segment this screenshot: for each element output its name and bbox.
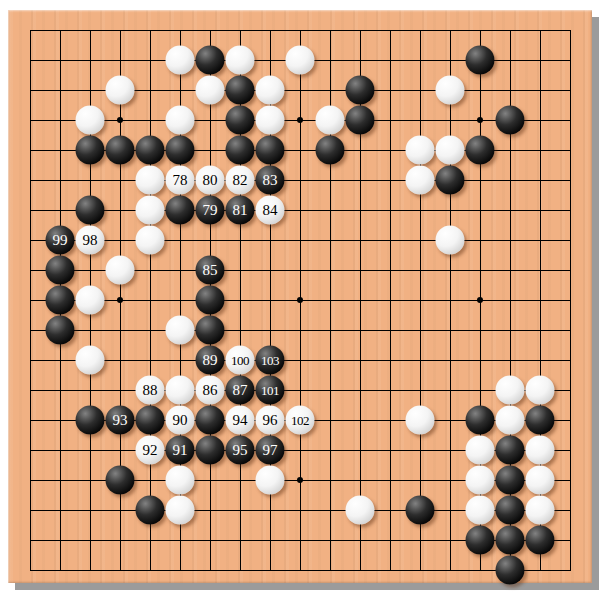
black-stone[interactable]: [196, 286, 225, 315]
white-stone[interactable]: [526, 466, 555, 495]
move-number: 83: [263, 173, 278, 188]
white-stone[interactable]: 96: [256, 406, 285, 435]
black-stone[interactable]: [166, 196, 195, 225]
black-stone[interactable]: 89: [196, 346, 225, 375]
black-stone[interactable]: 91: [166, 436, 195, 465]
black-stone[interactable]: [46, 316, 75, 345]
black-stone[interactable]: [76, 196, 105, 225]
white-stone[interactable]: [256, 106, 285, 135]
move-number: 80: [203, 173, 218, 188]
white-stone[interactable]: 90: [166, 406, 195, 435]
move-number: 101: [261, 384, 279, 397]
white-stone[interactable]: [436, 136, 465, 165]
white-stone[interactable]: [496, 406, 525, 435]
white-stone[interactable]: [466, 466, 495, 495]
white-stone[interactable]: [526, 496, 555, 525]
star-point: [297, 477, 303, 483]
black-stone[interactable]: [106, 136, 135, 165]
black-stone[interactable]: [436, 166, 465, 195]
black-stone[interactable]: [496, 526, 525, 555]
white-stone[interactable]: [406, 406, 435, 435]
white-stone[interactable]: [406, 166, 435, 195]
black-stone[interactable]: 99: [46, 226, 75, 255]
white-stone[interactable]: 94: [226, 406, 255, 435]
black-stone[interactable]: [346, 76, 375, 105]
white-stone[interactable]: [466, 496, 495, 525]
black-stone[interactable]: [526, 406, 555, 435]
white-stone[interactable]: 98: [76, 226, 105, 255]
black-stone[interactable]: 85: [196, 256, 225, 285]
white-stone[interactable]: 82: [226, 166, 255, 195]
black-stone[interactable]: [76, 136, 105, 165]
move-number: 103: [261, 354, 279, 367]
black-stone[interactable]: [526, 526, 555, 555]
black-stone[interactable]: [316, 136, 345, 165]
black-stone[interactable]: [496, 436, 525, 465]
black-stone[interactable]: 93: [106, 406, 135, 435]
white-stone[interactable]: [136, 166, 165, 195]
black-stone[interactable]: [196, 46, 225, 75]
black-stone[interactable]: 101: [256, 376, 285, 405]
white-stone[interactable]: 92: [136, 436, 165, 465]
board-grid[interactable]: 7880828379818499988589100103888687101939…: [30, 30, 571, 571]
white-stone[interactable]: [196, 76, 225, 105]
black-stone[interactable]: 97: [256, 436, 285, 465]
move-number: 91: [173, 443, 188, 458]
white-stone[interactable]: [526, 436, 555, 465]
move-number: 96: [263, 413, 278, 428]
white-stone[interactable]: [136, 226, 165, 255]
black-stone[interactable]: [496, 106, 525, 135]
black-stone[interactable]: [496, 466, 525, 495]
white-stone[interactable]: [166, 466, 195, 495]
star-point: [297, 297, 303, 303]
white-stone[interactable]: [256, 466, 285, 495]
move-number: 82: [233, 173, 248, 188]
move-number: 78: [173, 173, 188, 188]
black-stone[interactable]: [346, 106, 375, 135]
star-point: [117, 297, 123, 303]
black-stone[interactable]: [256, 136, 285, 165]
black-stone[interactable]: [226, 76, 255, 105]
white-stone[interactable]: [76, 106, 105, 135]
move-number: 97: [263, 443, 278, 458]
black-stone[interactable]: 83: [256, 166, 285, 195]
white-stone[interactable]: [316, 106, 345, 135]
star-point: [477, 297, 483, 303]
move-number: 89: [203, 353, 218, 368]
white-stone[interactable]: [166, 106, 195, 135]
white-stone[interactable]: [106, 256, 135, 285]
white-stone[interactable]: 100: [226, 346, 255, 375]
black-stone[interactable]: [496, 496, 525, 525]
black-stone[interactable]: 95: [226, 436, 255, 465]
move-number: 87: [233, 383, 248, 398]
move-number: 79: [203, 203, 218, 218]
move-number: 81: [233, 203, 248, 218]
black-stone[interactable]: [226, 106, 255, 135]
white-stone[interactable]: 86: [196, 376, 225, 405]
white-stone[interactable]: [436, 226, 465, 255]
star-point: [117, 117, 123, 123]
move-number: 92: [143, 443, 158, 458]
white-stone[interactable]: [166, 376, 195, 405]
white-stone[interactable]: [76, 286, 105, 315]
white-stone[interactable]: [226, 46, 255, 75]
white-stone[interactable]: [166, 316, 195, 345]
black-stone[interactable]: [136, 496, 165, 525]
white-stone[interactable]: 102: [286, 406, 315, 435]
black-stone[interactable]: 103: [256, 346, 285, 375]
white-stone[interactable]: [346, 496, 375, 525]
star-point: [477, 117, 483, 123]
white-stone[interactable]: [436, 76, 465, 105]
white-stone[interactable]: 80: [196, 166, 225, 195]
black-stone[interactable]: [136, 406, 165, 435]
move-number: 86: [203, 383, 218, 398]
move-number: 84: [263, 203, 278, 218]
white-stone[interactable]: [166, 46, 195, 75]
black-stone[interactable]: [76, 406, 105, 435]
black-stone[interactable]: [466, 46, 495, 75]
white-stone[interactable]: [286, 46, 315, 75]
move-number: 98: [83, 233, 98, 248]
move-number: 85: [203, 263, 218, 278]
white-stone[interactable]: [106, 76, 135, 105]
move-number: 102: [291, 414, 309, 427]
move-number: 94: [233, 413, 248, 428]
move-number: 95: [233, 443, 248, 458]
white-stone[interactable]: [136, 196, 165, 225]
black-stone[interactable]: [406, 496, 435, 525]
black-stone[interactable]: [46, 286, 75, 315]
white-stone[interactable]: [256, 76, 285, 105]
white-stone[interactable]: [406, 136, 435, 165]
black-stone[interactable]: [196, 316, 225, 345]
black-stone[interactable]: [466, 406, 495, 435]
star-point: [297, 117, 303, 123]
black-stone[interactable]: [466, 526, 495, 555]
white-stone[interactable]: [76, 346, 105, 375]
white-stone[interactable]: [496, 376, 525, 405]
move-number: 88: [143, 383, 158, 398]
move-number: 90: [173, 413, 188, 428]
white-stone[interactable]: [526, 376, 555, 405]
white-stone[interactable]: [466, 436, 495, 465]
black-stone[interactable]: [496, 556, 525, 585]
black-stone[interactable]: 87: [226, 376, 255, 405]
black-stone[interactable]: 79: [196, 196, 225, 225]
black-stone[interactable]: [226, 136, 255, 165]
move-number: 100: [231, 354, 249, 367]
go-board: 7880828379818499988589100103888687101939…: [8, 10, 592, 583]
black-stone[interactable]: [106, 466, 135, 495]
black-stone[interactable]: [466, 136, 495, 165]
black-stone[interactable]: [166, 136, 195, 165]
white-stone[interactable]: 88: [136, 376, 165, 405]
white-stone[interactable]: [166, 496, 195, 525]
move-number: 93: [113, 413, 128, 428]
black-stone[interactable]: 81: [226, 196, 255, 225]
white-stone[interactable]: 78: [166, 166, 195, 195]
black-stone[interactable]: [46, 256, 75, 285]
white-stone[interactable]: 84: [256, 196, 285, 225]
black-stone[interactable]: [196, 406, 225, 435]
move-number: 99: [53, 233, 68, 248]
black-stone[interactable]: [196, 436, 225, 465]
black-stone[interactable]: [136, 136, 165, 165]
